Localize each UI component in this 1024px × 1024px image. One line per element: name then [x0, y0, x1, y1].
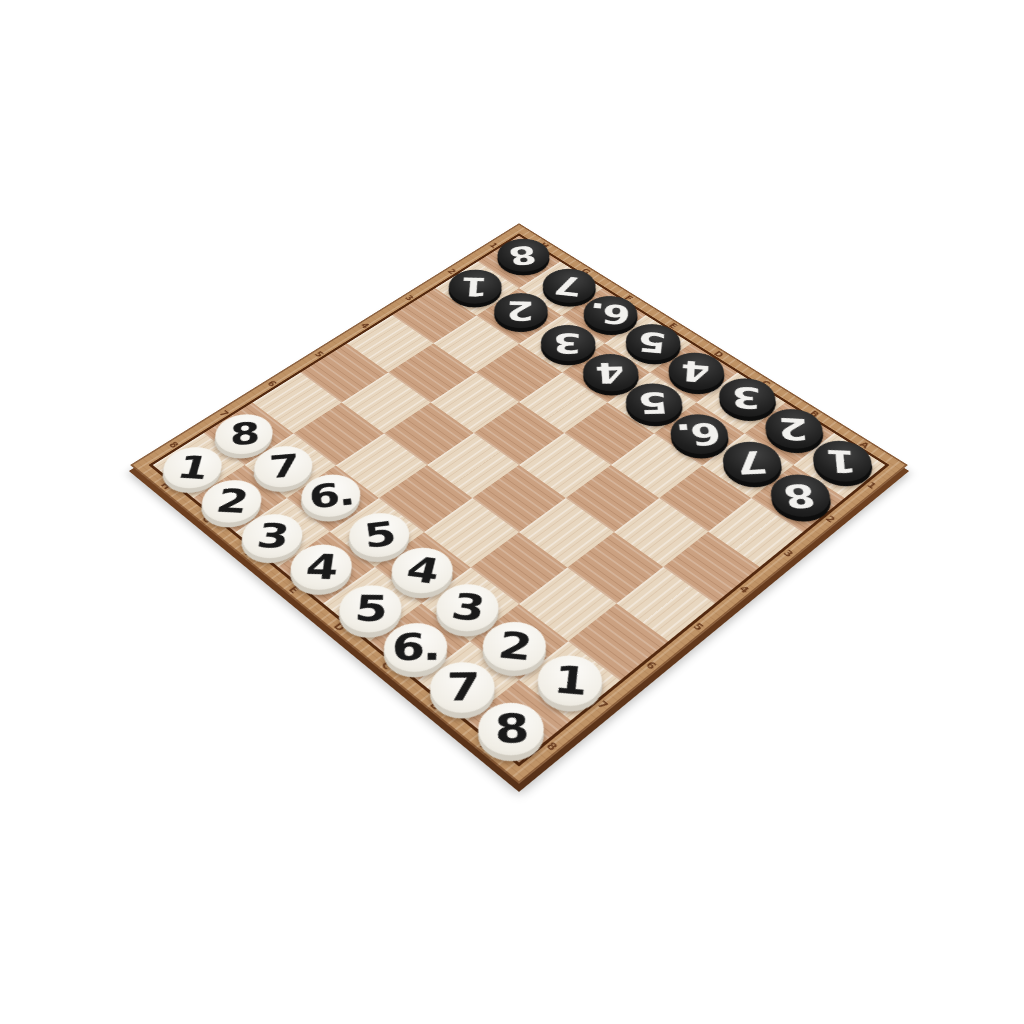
- disc-number: 6.: [300, 472, 363, 520]
- chessboard: 876.54321123456.78876.54321123456.78 HH1…: [130, 223, 908, 784]
- board-3d-wrap: 876.54321123456.78876.54321123456.78 HH1…: [130, 223, 908, 784]
- disc-number: 8: [766, 473, 835, 519]
- pieces-layer: 876.54321123456.78876.54321123456.78: [153, 236, 886, 763]
- disc-number: 4: [287, 543, 354, 590]
- disc-number: 8: [478, 701, 546, 755]
- disc-number: 8: [494, 237, 553, 275]
- scene: 876.54321123456.78876.54321123456.78 HH1…: [0, 0, 1024, 1024]
- disc-number: 1: [535, 653, 605, 708]
- disc-number: 2: [493, 293, 547, 329]
